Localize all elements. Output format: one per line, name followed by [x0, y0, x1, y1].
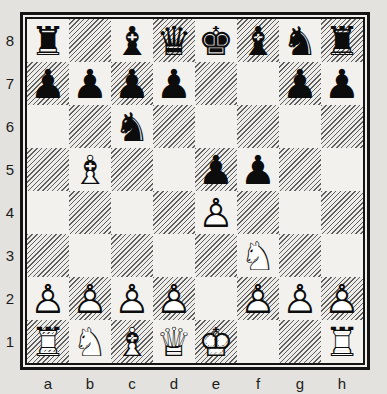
- square-a5[interactable]: [27, 148, 69, 191]
- rank-label-2: 2: [0, 277, 20, 320]
- piece-outline: ♗: [69, 148, 111, 191]
- black-queen-d8: ♛: [153, 19, 195, 62]
- white-rook-a1: ♜♖: [27, 320, 69, 363]
- white-bishop-c1: ♝♗: [111, 320, 153, 363]
- piece-outline: ♕: [153, 320, 195, 363]
- square-f1[interactable]: [237, 320, 279, 363]
- square-g7[interactable]: ♟: [279, 62, 321, 105]
- square-d6[interactable]: [153, 105, 195, 148]
- black-king-e8: ♚: [195, 19, 237, 62]
- white-king-e1: ♚♔: [195, 320, 237, 363]
- square-h2[interactable]: ♟♙: [321, 277, 363, 320]
- square-c1[interactable]: ♝♗: [111, 320, 153, 363]
- black-pawn-c7: ♟: [111, 62, 153, 105]
- file-label-f: f: [237, 373, 279, 393]
- piece-glyph: ♛: [153, 19, 195, 62]
- piece-glyph: ♟: [153, 62, 195, 105]
- square-f5[interactable]: ♟: [237, 148, 279, 191]
- piece-glyph: ♟: [27, 62, 69, 105]
- white-pawn-a2: ♟♙: [27, 277, 69, 320]
- square-g3[interactable]: [279, 234, 321, 277]
- rank-label-5: 5: [0, 148, 20, 191]
- square-h6[interactable]: [321, 105, 363, 148]
- square-a3[interactable]: [27, 234, 69, 277]
- square-g8[interactable]: ♞: [279, 19, 321, 62]
- square-b8[interactable]: [69, 19, 111, 62]
- square-c3[interactable]: [111, 234, 153, 277]
- piece-outline: ♙: [69, 277, 111, 320]
- rank-label-4: 4: [0, 191, 20, 234]
- square-h1[interactable]: ♜♖: [321, 320, 363, 363]
- square-d8[interactable]: ♛: [153, 19, 195, 62]
- white-pawn-h2: ♟♙: [321, 277, 363, 320]
- square-c5[interactable]: [111, 148, 153, 191]
- file-label-e: e: [195, 373, 237, 393]
- piece-glyph: ♚: [195, 19, 237, 62]
- square-e1[interactable]: ♚♔: [195, 320, 237, 363]
- square-g5[interactable]: [279, 148, 321, 191]
- piece-glyph: ♞: [279, 19, 321, 62]
- square-f7[interactable]: [237, 62, 279, 105]
- square-c2[interactable]: ♟♙: [111, 277, 153, 320]
- rank-label-3: 3: [0, 234, 20, 277]
- square-d1[interactable]: ♛♕: [153, 320, 195, 363]
- square-g1[interactable]: [279, 320, 321, 363]
- square-c4[interactable]: [111, 191, 153, 234]
- black-pawn-h7: ♟: [321, 62, 363, 105]
- square-d3[interactable]: [153, 234, 195, 277]
- rank-label-6: 6: [0, 105, 20, 148]
- piece-outline: ♗: [111, 320, 153, 363]
- piece-outline: ♙: [279, 277, 321, 320]
- board-frame: ♜♝♛♚♝♞♜♟♟♟♟♟♟♞♝♗♟♟♟♙♞♘♟♙♟♙♟♙♟♙♟♙♟♙♟♙♜♖♞♘…: [20, 12, 370, 370]
- piece-outline: ♙: [321, 277, 363, 320]
- board-grid: ♜♝♛♚♝♞♜♟♟♟♟♟♟♞♝♗♟♟♟♙♞♘♟♙♟♙♟♙♟♙♟♙♟♙♟♙♜♖♞♘…: [25, 17, 365, 365]
- piece-glyph: ♟: [279, 62, 321, 105]
- black-pawn-b7: ♟: [69, 62, 111, 105]
- square-c6[interactable]: ♞: [111, 105, 153, 148]
- piece-glyph: ♜: [27, 19, 69, 62]
- piece-outline: ♙: [27, 277, 69, 320]
- square-h8[interactable]: ♜: [321, 19, 363, 62]
- piece-glyph: ♟: [237, 148, 279, 191]
- black-pawn-g7: ♟: [279, 62, 321, 105]
- piece-glyph: ♟: [321, 62, 363, 105]
- square-h5[interactable]: [321, 148, 363, 191]
- square-d5[interactable]: [153, 148, 195, 191]
- file-label-g: g: [279, 373, 321, 393]
- piece-outline: ♘: [237, 234, 279, 277]
- chess-diagram: 87654321 ♜♝♛♚♝♞♜♟♟♟♟♟♟♞♝♗♟♟♟♙♞♘♟♙♟♙♟♙♟♙♟…: [0, 0, 387, 393]
- piece-outline: ♙: [153, 277, 195, 320]
- square-c7[interactable]: ♟: [111, 62, 153, 105]
- square-e5[interactable]: ♟: [195, 148, 237, 191]
- square-b4[interactable]: [69, 191, 111, 234]
- square-f8[interactable]: ♝: [237, 19, 279, 62]
- square-a2[interactable]: ♟♙: [27, 277, 69, 320]
- square-b2[interactable]: ♟♙: [69, 277, 111, 320]
- square-a7[interactable]: ♟: [27, 62, 69, 105]
- square-e4[interactable]: ♟♙: [195, 191, 237, 234]
- rank-labels: 87654321: [0, 12, 20, 363]
- rank-label-7: 7: [0, 62, 20, 105]
- square-d7[interactable]: ♟: [153, 62, 195, 105]
- white-queen-d1: ♛♕: [153, 320, 195, 363]
- rank-label-1: 1: [0, 320, 20, 363]
- piece-outline: ♖: [27, 320, 69, 363]
- square-e8[interactable]: ♚: [195, 19, 237, 62]
- piece-glyph: ♟: [111, 62, 153, 105]
- square-c8[interactable]: ♝: [111, 19, 153, 62]
- square-g4[interactable]: [279, 191, 321, 234]
- piece-glyph: ♝: [237, 19, 279, 62]
- square-b1[interactable]: ♞♘: [69, 320, 111, 363]
- piece-outline: ♖: [321, 320, 363, 363]
- piece-glyph: ♞: [111, 105, 153, 148]
- file-label-c: c: [111, 373, 153, 393]
- file-label-d: d: [153, 373, 195, 393]
- white-pawn-b2: ♟♙: [69, 277, 111, 320]
- square-b6[interactable]: [69, 105, 111, 148]
- black-pawn-f5: ♟: [237, 148, 279, 191]
- square-b5[interactable]: ♝♗: [69, 148, 111, 191]
- white-pawn-f2: ♟♙: [237, 277, 279, 320]
- square-a4[interactable]: [27, 191, 69, 234]
- square-a8[interactable]: ♜: [27, 19, 69, 62]
- black-knight-c6: ♞: [111, 105, 153, 148]
- piece-glyph: ♟: [195, 148, 237, 191]
- square-g2[interactable]: ♟♙: [279, 277, 321, 320]
- square-a6[interactable]: [27, 105, 69, 148]
- white-pawn-c2: ♟♙: [111, 277, 153, 320]
- square-d4[interactable]: [153, 191, 195, 234]
- black-pawn-a7: ♟: [27, 62, 69, 105]
- square-h7[interactable]: ♟: [321, 62, 363, 105]
- white-knight-f3: ♞♘: [237, 234, 279, 277]
- rank-label-8: 8: [0, 19, 20, 62]
- piece-glyph: ♜: [321, 19, 363, 62]
- file-label-h: h: [321, 373, 363, 393]
- white-rook-h1: ♜♖: [321, 320, 363, 363]
- file-labels: abcdefgh: [20, 370, 363, 393]
- corner-spacer: [0, 370, 20, 393]
- square-d2[interactable]: ♟♙: [153, 277, 195, 320]
- piece-outline: ♙: [195, 191, 237, 234]
- square-b7[interactable]: ♟: [69, 62, 111, 105]
- square-e3[interactable]: [195, 234, 237, 277]
- black-pawn-d7: ♟: [153, 62, 195, 105]
- square-e6[interactable]: [195, 105, 237, 148]
- square-f2[interactable]: ♟♙: [237, 277, 279, 320]
- square-f3[interactable]: ♞♘: [237, 234, 279, 277]
- file-label-b: b: [69, 373, 111, 393]
- black-pawn-e5: ♟: [195, 148, 237, 191]
- white-pawn-d2: ♟♙: [153, 277, 195, 320]
- square-a1[interactable]: ♜♖: [27, 320, 69, 363]
- piece-glyph: ♝: [111, 19, 153, 62]
- square-g6[interactable]: [279, 105, 321, 148]
- square-h4[interactable]: [321, 191, 363, 234]
- square-f6[interactable]: [237, 105, 279, 148]
- black-bishop-f8: ♝: [237, 19, 279, 62]
- white-knight-b1: ♞♘: [69, 320, 111, 363]
- black-bishop-c8: ♝: [111, 19, 153, 62]
- white-pawn-e4: ♟♙: [195, 191, 237, 234]
- white-bishop-b5: ♝♗: [69, 148, 111, 191]
- piece-outline: ♘: [69, 320, 111, 363]
- piece-outline: ♙: [111, 277, 153, 320]
- square-b3[interactable]: [69, 234, 111, 277]
- black-knight-g8: ♞: [279, 19, 321, 62]
- piece-outline: ♔: [195, 320, 237, 363]
- square-e7[interactable]: [195, 62, 237, 105]
- black-rook-a8: ♜: [27, 19, 69, 62]
- white-pawn-g2: ♟♙: [279, 277, 321, 320]
- square-f4[interactable]: [237, 191, 279, 234]
- black-rook-h8: ♜: [321, 19, 363, 62]
- square-h3[interactable]: [321, 234, 363, 277]
- piece-glyph: ♟: [69, 62, 111, 105]
- piece-outline: ♙: [237, 277, 279, 320]
- square-e2[interactable]: [195, 277, 237, 320]
- file-label-a: a: [27, 373, 69, 393]
